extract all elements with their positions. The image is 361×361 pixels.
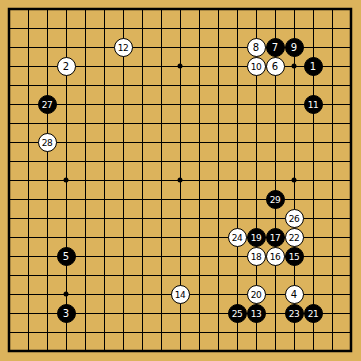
stone-black-23: 23 <box>285 304 304 323</box>
stone-move-number: 11 <box>308 100 318 109</box>
stone-move-number: 7 <box>272 43 278 53</box>
stone-white-20: 20 <box>247 285 266 304</box>
stone-move-number: 17 <box>270 233 280 242</box>
stone-move-number: 4 <box>291 290 297 300</box>
stone-move-number: 23 <box>289 309 299 318</box>
stone-white-24: 24 <box>228 228 247 247</box>
stone-white-22: 22 <box>285 228 304 247</box>
stone-move-number: 2 <box>63 62 69 72</box>
stone-white-2: 2 <box>57 57 76 76</box>
stone-move-number: 5 <box>63 252 69 262</box>
stone-white-4: 4 <box>285 285 304 304</box>
stone-black-21: 21 <box>304 304 323 323</box>
stone-move-number: 13 <box>251 309 261 318</box>
stone-black-29: 29 <box>266 190 285 209</box>
stone-white-28: 28 <box>38 133 57 152</box>
stone-move-number: 20 <box>251 290 261 299</box>
go-board[interactable]: 1234567891011121314151617181920212223242… <box>0 0 361 361</box>
stone-black-1: 1 <box>304 57 323 76</box>
stone-move-number: 8 <box>253 43 259 53</box>
stone-white-6: 6 <box>266 57 285 76</box>
stone-white-8: 8 <box>247 38 266 57</box>
stone-move-number: 14 <box>175 290 185 299</box>
stone-layer: 1234567891011121314151617181920212223242… <box>0 0 361 361</box>
stone-black-15: 15 <box>285 247 304 266</box>
stone-move-number: 27 <box>42 100 52 109</box>
stone-move-number: 12 <box>118 43 128 52</box>
stone-white-26: 26 <box>285 209 304 228</box>
stone-move-number: 28 <box>42 138 52 147</box>
stone-white-18: 18 <box>247 247 266 266</box>
stone-move-number: 1 <box>310 62 316 72</box>
stone-white-12: 12 <box>114 38 133 57</box>
stone-black-9: 9 <box>285 38 304 57</box>
stone-black-7: 7 <box>266 38 285 57</box>
stone-black-19: 19 <box>247 228 266 247</box>
stone-move-number: 25 <box>232 309 242 318</box>
stone-move-number: 19 <box>251 233 261 242</box>
stone-move-number: 6 <box>272 62 278 72</box>
stone-move-number: 21 <box>308 309 318 318</box>
stone-black-13: 13 <box>247 304 266 323</box>
stone-white-10: 10 <box>247 57 266 76</box>
stone-move-number: 18 <box>251 252 261 261</box>
stone-move-number: 15 <box>289 252 299 261</box>
stone-move-number: 16 <box>270 252 280 261</box>
stone-white-16: 16 <box>266 247 285 266</box>
stone-black-5: 5 <box>57 247 76 266</box>
stone-black-11: 11 <box>304 95 323 114</box>
stone-move-number: 29 <box>270 195 280 204</box>
stone-move-number: 24 <box>232 233 242 242</box>
stone-move-number: 3 <box>63 309 69 319</box>
stone-move-number: 26 <box>289 214 299 223</box>
stone-white-14: 14 <box>171 285 190 304</box>
stone-move-number: 9 <box>291 43 297 53</box>
stone-move-number: 10 <box>251 62 261 71</box>
stone-black-25: 25 <box>228 304 247 323</box>
stone-black-3: 3 <box>57 304 76 323</box>
stone-black-17: 17 <box>266 228 285 247</box>
stone-black-27: 27 <box>38 95 57 114</box>
stone-move-number: 22 <box>289 233 299 242</box>
